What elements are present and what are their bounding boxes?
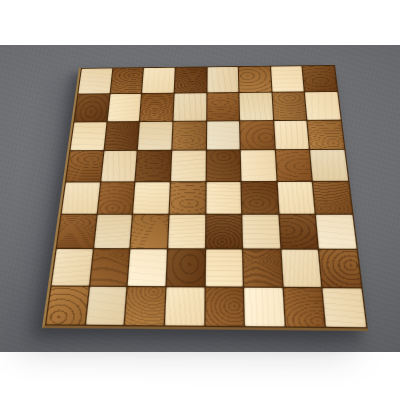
square-e3-dark: [206, 215, 243, 249]
square-c1-dark: [125, 287, 165, 326]
square-d1-light: [165, 287, 204, 326]
square-c5-dark: [136, 151, 171, 181]
square-b7-light: [107, 94, 141, 121]
square-b5-light: [101, 151, 137, 181]
square-a7-dark: [75, 94, 110, 121]
square-e1-dark: [205, 287, 244, 326]
square-d2-dark: [166, 250, 204, 286]
chess-board: [42, 65, 368, 331]
square-g4-light: [277, 181, 315, 213]
square-a3-dark: [57, 215, 96, 249]
square-c7-dark: [140, 94, 173, 121]
square-g7-dark: [272, 93, 306, 120]
square-c3-dark: [131, 215, 169, 249]
bottom-white-band: [0, 352, 400, 400]
square-e4-light: [206, 182, 241, 214]
square-a1-dark: [46, 286, 88, 324]
square-e2-light: [205, 250, 243, 286]
square-a2-light: [52, 249, 93, 285]
square-h4-dark: [313, 181, 352, 213]
square-c6-light: [138, 122, 172, 150]
square-e5-dark: [206, 150, 240, 180]
square-d5-light: [171, 151, 205, 181]
square-h8-dark: [303, 66, 337, 92]
square-a4-light: [62, 182, 100, 214]
square-h5-light: [310, 150, 348, 180]
square-b3-light: [94, 215, 132, 249]
square-g3-dark: [279, 215, 318, 249]
square-f8-dark: [239, 67, 271, 93]
square-f5-light: [241, 150, 276, 180]
square-g6-light: [274, 121, 309, 150]
square-f2-dark: [243, 250, 282, 286]
chessboard-product-photo: [0, 0, 400, 400]
square-e8-light: [207, 67, 239, 93]
square-f4-dark: [242, 181, 278, 213]
square-d7-light: [173, 94, 206, 121]
square-d6-dark: [172, 121, 205, 150]
square-h1-light: [323, 288, 366, 327]
square-h6-dark: [308, 120, 345, 149]
square-d3-light: [168, 215, 205, 249]
square-d8-dark: [175, 67, 207, 93]
square-b2-dark: [90, 249, 130, 285]
square-d4-dark: [169, 182, 205, 214]
square-g2-light: [281, 250, 321, 287]
square-f6-dark: [240, 121, 274, 150]
square-c8-light: [142, 68, 174, 94]
square-g1-dark: [283, 288, 325, 327]
square-h3-light: [316, 215, 356, 249]
top-white-band: [0, 0, 400, 45]
square-h2-dark: [320, 250, 362, 287]
square-g5-dark: [276, 150, 312, 180]
square-b1-light: [86, 286, 127, 325]
square-e7-dark: [207, 93, 239, 120]
square-a6-light: [70, 122, 106, 150]
square-h7-light: [305, 92, 340, 119]
square-a5-dark: [66, 151, 103, 181]
square-e6-light: [206, 121, 239, 150]
square-b6-dark: [104, 122, 139, 150]
square-c4-light: [133, 182, 169, 214]
square-f3-light: [242, 215, 280, 249]
square-a8-light: [78, 68, 112, 94]
square-b8-dark: [110, 68, 143, 94]
square-c2-light: [128, 250, 167, 286]
square-g8-light: [271, 66, 304, 92]
square-f1-light: [244, 287, 284, 326]
square-b4-dark: [97, 182, 134, 214]
square-f7-light: [240, 93, 273, 120]
